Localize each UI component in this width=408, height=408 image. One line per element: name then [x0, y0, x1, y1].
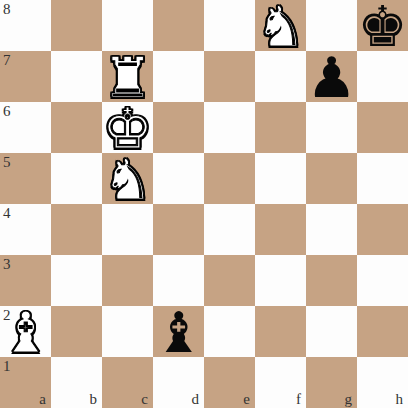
square-c2[interactable]	[102, 306, 153, 357]
file-label-g: g	[345, 392, 353, 407]
square-g4[interactable]	[306, 204, 357, 255]
file-label-d: d	[192, 392, 200, 407]
square-h4[interactable]	[357, 204, 408, 255]
square-e1[interactable]: e	[204, 357, 255, 408]
square-f5[interactable]	[255, 153, 306, 204]
square-d6[interactable]	[153, 102, 204, 153]
square-a5[interactable]: 5	[0, 153, 51, 204]
rank-label-5: 5	[3, 155, 11, 170]
square-h6[interactable]	[357, 102, 408, 153]
square-f7[interactable]	[255, 51, 306, 102]
rank-label-7: 7	[3, 53, 11, 68]
square-c5[interactable]: ♞	[102, 153, 153, 204]
piece-black-pawn-g7[interactable]: ♟︎	[306, 50, 356, 106]
square-g7[interactable]: ♟︎	[306, 51, 357, 102]
square-h7[interactable]	[357, 51, 408, 102]
square-e6[interactable]	[204, 102, 255, 153]
file-label-a: a	[39, 392, 46, 407]
square-c1[interactable]: c	[102, 357, 153, 408]
rank-label-3: 3	[3, 257, 11, 272]
square-h5[interactable]	[357, 153, 408, 204]
square-d4[interactable]	[153, 204, 204, 255]
piece-black-bishop-d2[interactable]: ♝	[153, 305, 203, 361]
square-a8[interactable]: 8	[0, 0, 51, 51]
square-e2[interactable]	[204, 306, 255, 357]
square-e5[interactable]	[204, 153, 255, 204]
square-g1[interactable]: g	[306, 357, 357, 408]
file-label-b: b	[90, 392, 98, 407]
file-label-f: f	[296, 392, 301, 407]
square-d5[interactable]	[153, 153, 204, 204]
square-a1[interactable]: 1a	[0, 357, 51, 408]
square-b7[interactable]	[51, 51, 102, 102]
file-label-c: c	[141, 392, 148, 407]
square-g2[interactable]	[306, 306, 357, 357]
square-b1[interactable]: b	[51, 357, 102, 408]
rank-label-6: 6	[3, 104, 11, 119]
chess-board: 8♞♚7♜♟︎6♚5♞432♝♝1abcdefgh	[0, 0, 408, 408]
square-d1[interactable]: d	[153, 357, 204, 408]
square-b4[interactable]	[51, 204, 102, 255]
square-g5[interactable]	[306, 153, 357, 204]
square-d7[interactable]	[153, 51, 204, 102]
piece-white-bishop-a2[interactable]: ♝	[0, 305, 50, 361]
square-b2[interactable]	[51, 306, 102, 357]
piece-white-knight-c5[interactable]: ♞	[102, 152, 152, 208]
square-e3[interactable]	[204, 255, 255, 306]
square-d8[interactable]	[153, 0, 204, 51]
square-b5[interactable]	[51, 153, 102, 204]
square-c4[interactable]	[102, 204, 153, 255]
square-h1[interactable]: h	[357, 357, 408, 408]
square-a6[interactable]: 6	[0, 102, 51, 153]
square-g6[interactable]	[306, 102, 357, 153]
square-g8[interactable]	[306, 0, 357, 51]
square-a2[interactable]: 2♝	[0, 306, 51, 357]
rank-label-1: 1	[3, 359, 11, 374]
piece-white-knight-f8[interactable]: ♞	[255, 0, 305, 55]
square-h3[interactable]	[357, 255, 408, 306]
square-f2[interactable]	[255, 306, 306, 357]
square-f8[interactable]: ♞	[255, 0, 306, 51]
square-c7[interactable]: ♜	[102, 51, 153, 102]
square-f4[interactable]	[255, 204, 306, 255]
square-d3[interactable]	[153, 255, 204, 306]
file-label-h: h	[396, 392, 404, 407]
square-h2[interactable]	[357, 306, 408, 357]
square-b6[interactable]	[51, 102, 102, 153]
piece-black-king-h8[interactable]: ♚	[357, 0, 407, 55]
square-d2[interactable]: ♝	[153, 306, 204, 357]
rank-label-8: 8	[3, 2, 11, 17]
file-label-e: e	[243, 392, 250, 407]
square-c6[interactable]: ♚	[102, 102, 153, 153]
square-a3[interactable]: 3	[0, 255, 51, 306]
square-a7[interactable]: 7	[0, 51, 51, 102]
square-b3[interactable]	[51, 255, 102, 306]
square-g3[interactable]	[306, 255, 357, 306]
rank-label-4: 4	[3, 206, 11, 221]
square-e4[interactable]	[204, 204, 255, 255]
square-h8[interactable]: ♚	[357, 0, 408, 51]
square-f6[interactable]	[255, 102, 306, 153]
square-f3[interactable]	[255, 255, 306, 306]
square-c8[interactable]	[102, 0, 153, 51]
square-e8[interactable]	[204, 0, 255, 51]
square-c3[interactable]	[102, 255, 153, 306]
square-b8[interactable]	[51, 0, 102, 51]
square-e7[interactable]	[204, 51, 255, 102]
square-f1[interactable]: f	[255, 357, 306, 408]
square-a4[interactable]: 4	[0, 204, 51, 255]
